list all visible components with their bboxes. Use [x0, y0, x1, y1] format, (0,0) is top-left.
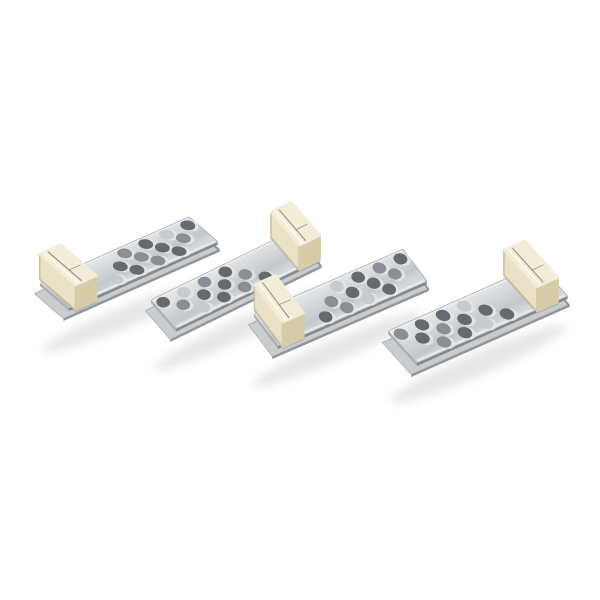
- product-photo-canvas: [0, 0, 600, 600]
- product-photo: [0, 0, 600, 600]
